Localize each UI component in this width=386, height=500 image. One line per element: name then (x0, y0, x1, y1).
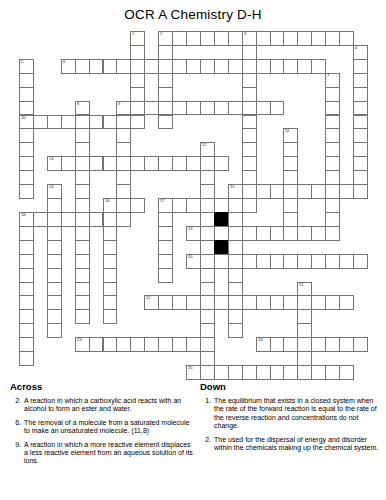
grid-cell[interactable] (75, 59, 90, 74)
grid-cell[interactable] (103, 309, 118, 324)
grid-cell[interactable] (75, 226, 90, 241)
grid-cell[interactable] (47, 309, 62, 324)
grid-cell[interactable]: 1 (130, 31, 145, 46)
grid-cell[interactable] (116, 59, 131, 74)
grid-cell[interactable] (172, 31, 187, 46)
grid-cell[interactable] (228, 198, 243, 213)
grid-cell[interactable] (19, 170, 34, 185)
grid-cell[interactable] (228, 365, 243, 380)
grid-cell[interactable] (158, 87, 173, 102)
grid-cell[interactable] (297, 365, 312, 380)
grid-cell[interactable] (144, 156, 159, 171)
grid-cell[interactable] (311, 295, 326, 310)
grid-cell[interactable] (47, 212, 62, 227)
grid-cell[interactable] (47, 240, 62, 255)
grid-cell[interactable] (19, 295, 34, 310)
grid-cell[interactable] (353, 128, 368, 143)
grid-cell[interactable] (228, 226, 243, 241)
grid-cell[interactable] (339, 31, 354, 46)
grid-cell[interactable] (297, 254, 312, 269)
grid-cell[interactable] (256, 31, 271, 46)
grid-cell[interactable] (186, 156, 201, 171)
grid-cell[interactable] (214, 156, 229, 171)
grid-cell[interactable] (325, 170, 340, 185)
grid-cell[interactable] (283, 226, 298, 241)
grid-cell[interactable] (186, 295, 201, 310)
grid-cell[interactable] (19, 73, 34, 88)
clue-item-number: 9. (10, 441, 21, 466)
grid-cell[interactable] (353, 87, 368, 102)
grid-cell[interactable]: 25 (186, 365, 201, 380)
grid-cell[interactable] (270, 254, 285, 269)
grid-cell[interactable] (103, 268, 118, 283)
grid-cell[interactable] (103, 156, 118, 171)
grid-cell[interactable] (270, 365, 285, 380)
grid-cell[interactable] (214, 101, 229, 116)
grid-cell[interactable] (75, 142, 90, 157)
grid-cell[interactable]: 21 (297, 282, 312, 297)
grid-cell[interactable] (172, 156, 187, 171)
clue-number: 5 (21, 60, 23, 64)
grid-cell[interactable] (19, 184, 34, 199)
grid-cell[interactable] (19, 309, 34, 324)
grid-cell[interactable] (200, 226, 215, 241)
grid-cell[interactable]: 5 (19, 59, 34, 74)
grid-cell[interactable] (242, 226, 257, 241)
grid-cell[interactable] (353, 142, 368, 157)
grid-cell[interactable] (270, 184, 285, 199)
grid-cell[interactable] (297, 295, 312, 310)
grid-cell[interactable] (325, 115, 340, 130)
grid-cell[interactable] (130, 115, 145, 130)
grid-cell[interactable] (103, 282, 118, 297)
grid-cell[interactable] (130, 156, 145, 171)
grid-cell[interactable]: 9 (116, 101, 131, 116)
grid-cell[interactable] (228, 323, 243, 338)
grid-cell[interactable] (75, 212, 90, 227)
grid-cell[interactable] (130, 87, 145, 102)
clue-number: 25 (188, 366, 193, 370)
grid-cell[interactable] (172, 295, 187, 310)
grid-cell[interactable] (311, 365, 326, 380)
grid-cell[interactable] (19, 101, 34, 116)
grid-cell[interactable] (144, 337, 159, 352)
grid-cell[interactable] (311, 59, 326, 74)
grid-cell[interactable] (228, 254, 243, 269)
grid-cell[interactable] (325, 87, 340, 102)
clue-item-number: 6. (10, 419, 21, 436)
grid-cell[interactable] (283, 295, 298, 310)
grid-cell[interactable] (116, 170, 131, 185)
down-heading: Down (200, 381, 384, 392)
grid-cell[interactable] (158, 226, 173, 241)
grid-cell[interactable] (228, 59, 243, 74)
grid-cell[interactable] (172, 198, 187, 213)
grid-cell[interactable] (19, 254, 34, 269)
grid-cell[interactable] (103, 226, 118, 241)
grid-cell[interactable]: 2 (158, 31, 173, 46)
grid-cell[interactable] (228, 295, 243, 310)
clue-number: 21 (299, 283, 304, 287)
grid-cell[interactable] (325, 101, 340, 116)
grid-cell[interactable] (33, 212, 48, 227)
grid-cell[interactable] (256, 254, 271, 269)
grid-cell[interactable]: 6 (61, 59, 76, 74)
grid-cell[interactable] (116, 156, 131, 171)
grid-cell[interactable] (283, 156, 298, 171)
grid-cell[interactable] (353, 337, 368, 352)
grid-cell[interactable] (325, 142, 340, 157)
grid-cell[interactable] (353, 115, 368, 130)
grid-cell[interactable]: 11 (283, 128, 298, 143)
grid-cell[interactable] (186, 59, 201, 74)
grid-cell[interactable] (144, 101, 159, 116)
grid-cell[interactable] (256, 184, 271, 199)
grid-cell[interactable] (270, 59, 285, 74)
grid-cell[interactable] (158, 101, 173, 116)
grid-cell[interactable] (75, 240, 90, 255)
grid-cell[interactable] (75, 309, 90, 324)
grid-cell[interactable] (116, 184, 131, 199)
grid-cell[interactable] (325, 212, 340, 227)
grid-cell[interactable] (325, 128, 340, 143)
grid-cell[interactable] (75, 184, 90, 199)
grid-cell[interactable] (228, 31, 243, 46)
grid-cell[interactable]: 14 (47, 184, 62, 199)
grid-cell[interactable] (325, 254, 340, 269)
grid-cell[interactable] (158, 115, 173, 130)
grid-cell[interactable] (297, 323, 312, 338)
grid-cell[interactable] (89, 212, 104, 227)
grid-cell[interactable] (47, 323, 62, 338)
grid-cell[interactable] (256, 226, 271, 241)
grid-cell[interactable] (130, 73, 145, 88)
grid-cell[interactable] (19, 128, 34, 143)
grid-cell[interactable] (200, 282, 215, 297)
grid-cell[interactable] (283, 142, 298, 157)
clue-number: 1 (132, 32, 134, 36)
grid-cell[interactable] (242, 156, 257, 171)
grid-cell[interactable]: 8 (75, 101, 90, 116)
grid-cell[interactable] (19, 156, 34, 171)
grid-cell[interactable] (61, 115, 76, 130)
grid-cell[interactable] (158, 73, 173, 88)
grid-cell[interactable] (214, 31, 229, 46)
grid-cell[interactable] (311, 226, 326, 241)
grid-cell[interactable] (311, 254, 326, 269)
grid-cell[interactable] (47, 226, 62, 241)
grid-cell[interactable] (130, 101, 145, 116)
grid-cell[interactable] (325, 156, 340, 171)
grid-cell[interactable] (242, 295, 257, 310)
grid-cell[interactable] (19, 87, 34, 102)
grid-cell[interactable] (103, 254, 118, 269)
grid-cell[interactable] (75, 254, 90, 269)
grid-cell[interactable] (200, 212, 215, 227)
grid-cell[interactable] (242, 59, 257, 74)
grid-cell[interactable] (103, 240, 118, 255)
grid-cell[interactable] (228, 282, 243, 297)
grid-cell[interactable] (339, 337, 354, 352)
grid-cell[interactable] (325, 184, 340, 199)
grid-cell[interactable] (200, 101, 215, 116)
grid-cell[interactable] (89, 115, 104, 130)
grid-cell[interactable] (297, 31, 312, 46)
grid-cell[interactable] (325, 365, 340, 380)
grid-cell[interactable] (116, 142, 131, 157)
grid-cell[interactable] (130, 198, 145, 213)
grid-cell[interactable]: 18 (19, 212, 34, 227)
grid-cell[interactable] (242, 184, 257, 199)
grid-cell[interactable] (283, 365, 298, 380)
grid-cell[interactable] (103, 212, 118, 227)
grid-cell[interactable] (353, 184, 368, 199)
grid-cell[interactable] (116, 115, 131, 130)
grid-cell[interactable] (19, 337, 34, 352)
grid-cell[interactable] (186, 101, 201, 116)
grid-cell[interactable] (311, 184, 326, 199)
grid-cell[interactable] (200, 59, 215, 74)
grid-cell[interactable]: 16 (103, 198, 118, 213)
grid-cell[interactable] (297, 309, 312, 324)
grid-cell[interactable] (270, 31, 285, 46)
grid-cell[interactable] (200, 240, 215, 255)
grid-cell[interactable] (158, 295, 173, 310)
grid-cell[interactable] (256, 59, 271, 74)
grid-cell[interactable] (228, 240, 243, 255)
grid-cell[interactable] (186, 31, 201, 46)
grid-cell[interactable] (325, 31, 340, 46)
grid-cell[interactable]: 15 (228, 184, 243, 199)
grid-cell[interactable] (47, 198, 62, 213)
grid-cell[interactable] (228, 268, 243, 283)
grid-cell[interactable] (19, 240, 34, 255)
grid-cell[interactable] (339, 184, 354, 199)
grid-cell[interactable] (61, 212, 76, 227)
grid-cell[interactable] (214, 254, 229, 269)
grid-cell[interactable] (116, 198, 131, 213)
grid-cell[interactable] (325, 337, 340, 352)
grid-cell[interactable] (270, 337, 285, 352)
grid-cell[interactable] (242, 365, 257, 380)
grid-cell[interactable] (283, 337, 298, 352)
grid-cell[interactable] (242, 254, 257, 269)
grid-cell[interactable] (200, 323, 215, 338)
grid-cell[interactable] (297, 351, 312, 366)
grid-cell[interactable] (283, 59, 298, 74)
grid-cell[interactable] (214, 295, 229, 310)
blocked-cell (214, 240, 229, 255)
grid-cell[interactable]: 17 (158, 198, 173, 213)
grid-cell[interactable] (75, 198, 90, 213)
grid-cell[interactable]: 24 (256, 337, 271, 352)
grid-cell[interactable] (242, 170, 257, 185)
grid-cell[interactable] (75, 156, 90, 171)
grid-cell[interactable] (325, 226, 340, 241)
grid-cell[interactable] (297, 184, 312, 199)
grid-cell[interactable] (325, 295, 340, 310)
grid-cell[interactable] (228, 309, 243, 324)
grid-cell[interactable] (256, 365, 271, 380)
grid-cell[interactable] (256, 295, 271, 310)
grid-cell[interactable] (130, 337, 145, 352)
grid-cell[interactable] (158, 337, 173, 352)
grid-cell[interactable] (116, 212, 131, 227)
grid-cell[interactable] (200, 295, 215, 310)
grid-cell[interactable] (186, 198, 201, 213)
grid-cell[interactable] (200, 309, 215, 324)
clue-number: 3 (244, 32, 246, 36)
grid-cell[interactable] (103, 295, 118, 310)
grid-cell[interactable] (158, 240, 173, 255)
grid-cell[interactable] (186, 337, 201, 352)
grid-cell[interactable] (283, 212, 298, 227)
grid-cell[interactable] (19, 142, 34, 157)
grid-cell[interactable] (89, 337, 104, 352)
clue-item-number: 1. (200, 397, 211, 431)
grid-cell[interactable]: 23 (75, 337, 90, 352)
grid-cell[interactable] (283, 31, 298, 46)
grid-cell[interactable] (242, 142, 257, 157)
grid-cell[interactable]: 4 (353, 45, 368, 60)
grid-cell[interactable] (353, 156, 368, 171)
grid-cell[interactable] (214, 226, 229, 241)
grid-cell[interactable] (214, 365, 229, 380)
grid-cell[interactable] (47, 268, 62, 283)
grid-cell[interactable] (242, 45, 257, 60)
grid-cell[interactable] (200, 156, 215, 171)
grid-cell[interactable] (75, 282, 90, 297)
grid-cell[interactable] (158, 268, 173, 283)
grid-cell[interactable] (19, 351, 34, 366)
grid-cell[interactable] (242, 101, 257, 116)
grid-cell[interactable] (353, 170, 368, 185)
grid-cell[interactable] (144, 59, 159, 74)
grid-cell[interactable] (116, 337, 131, 352)
grid-cell[interactable]: 7 (325, 73, 340, 88)
grid-cell[interactable] (311, 31, 326, 46)
grid-cell[interactable] (270, 101, 285, 116)
grid-cell[interactable] (283, 198, 298, 213)
clue-number: 8 (77, 102, 79, 106)
grid-cell[interactable] (297, 59, 312, 74)
grid-cell[interactable] (47, 115, 62, 130)
grid-cell[interactable] (242, 115, 257, 130)
grid-cell[interactable] (270, 295, 285, 310)
grid-cell[interactable] (270, 226, 285, 241)
grid-cell[interactable] (75, 115, 90, 130)
grid-cell[interactable] (353, 59, 368, 74)
grid-cell[interactable] (61, 156, 76, 171)
grid-cell[interactable] (297, 337, 312, 352)
grid-cell[interactable] (103, 115, 118, 130)
grid-cell[interactable] (200, 365, 215, 380)
grid-cell[interactable] (172, 59, 187, 74)
grid-cell[interactable]: 20 (186, 254, 201, 269)
grid-cell[interactable] (103, 337, 118, 352)
grid-cell[interactable] (75, 128, 90, 143)
grid-cell[interactable] (283, 254, 298, 269)
grid-cell[interactable] (19, 226, 34, 241)
grid-cell[interactable] (130, 59, 145, 74)
grid-cell[interactable] (339, 295, 354, 310)
grid-cell[interactable] (242, 73, 257, 88)
grid-cell[interactable] (339, 365, 354, 380)
grid-cell[interactable] (89, 156, 104, 171)
grid-cell[interactable] (256, 101, 271, 116)
grid-cell[interactable] (353, 101, 368, 116)
grid-cell[interactable] (158, 156, 173, 171)
grid-cell[interactable] (200, 31, 215, 46)
grid-cell[interactable] (75, 268, 90, 283)
grid-cell[interactable] (283, 184, 298, 199)
clue-number: 18 (21, 213, 26, 217)
grid-cell[interactable] (172, 101, 187, 116)
grid-cell[interactable] (200, 268, 215, 283)
grid-cell[interactable] (19, 323, 34, 338)
grid-cell[interactable]: 12 (200, 142, 215, 157)
grid-cell[interactable] (75, 170, 90, 185)
grid-cell[interactable]: 19 (186, 226, 201, 241)
grid-cell[interactable] (242, 87, 257, 102)
grid-cell[interactable] (47, 282, 62, 297)
grid-cell[interactable] (339, 254, 354, 269)
grid-cell[interactable] (158, 45, 173, 60)
grid-cell[interactable] (228, 212, 243, 227)
grid-cell[interactable]: 13 (47, 156, 62, 171)
grid-cell[interactable] (214, 198, 229, 213)
grid-cell[interactable] (283, 170, 298, 185)
grid-cell[interactable] (228, 101, 243, 116)
grid-cell[interactable] (33, 115, 48, 130)
grid-cell[interactable] (103, 59, 118, 74)
grid-cell[interactable] (158, 254, 173, 269)
grid-cell[interactable] (158, 212, 173, 227)
grid-cell[interactable] (19, 268, 34, 283)
grid-cell[interactable] (47, 295, 62, 310)
grid-cell[interactable] (242, 198, 257, 213)
grid-cell[interactable] (116, 128, 131, 143)
grid-cell[interactable] (297, 226, 312, 241)
grid-cell[interactable] (200, 351, 215, 366)
grid-cell[interactable] (75, 295, 90, 310)
grid-cell[interactable] (19, 282, 34, 297)
grid-cell[interactable] (311, 337, 326, 352)
grid-cell[interactable] (130, 45, 145, 60)
grid-cell[interactable]: 10 (19, 115, 34, 130)
grid-cell[interactable] (89, 59, 104, 74)
grid-cell[interactable] (242, 128, 257, 143)
grid-cell[interactable] (200, 184, 215, 199)
across-clues-section: Across 2.A reaction in which a carboxyli… (10, 381, 194, 471)
grid-cell[interactable]: 3 (242, 31, 257, 46)
grid-cell[interactable] (200, 254, 215, 269)
clue-item: 9.A reaction in which a more reactive el… (10, 441, 194, 466)
grid-cell[interactable] (200, 337, 215, 352)
grid-cell[interactable] (325, 198, 340, 213)
grid-cell[interactable] (172, 337, 187, 352)
clue-number: 2 (160, 32, 162, 36)
clue-number: 11 (285, 129, 289, 133)
grid-cell[interactable] (353, 254, 368, 269)
grid-cell[interactable] (200, 170, 215, 185)
grid-cell[interactable] (214, 59, 229, 74)
grid-cell[interactable] (47, 254, 62, 269)
grid-cell[interactable] (158, 59, 173, 74)
grid-cell[interactable] (353, 73, 368, 88)
grid-cell[interactable] (200, 198, 215, 213)
grid-cell[interactable]: 22 (144, 295, 159, 310)
